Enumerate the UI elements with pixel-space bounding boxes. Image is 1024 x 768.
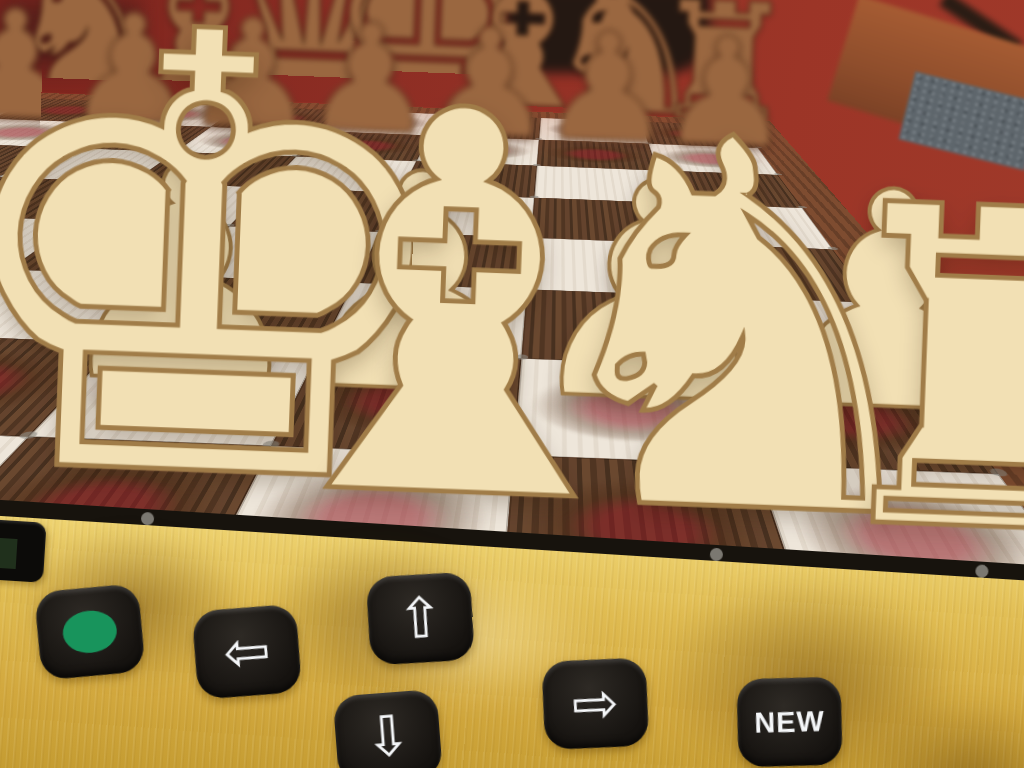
edge-led-dot [975, 564, 989, 578]
up-arrow-button[interactable]: ⇧ [366, 572, 475, 666]
photo-scene: ♜♞♝♛♚♝♞♜♟♟♟♟♟♟♟♟♟♟♟♟♟♟♟♟♜♞♝♛♚♝♞♜ ⇦ ⇧ ⇩ [0, 0, 1024, 768]
white-bishop[interactable]: ♝ [211, 37, 524, 576]
right-arrow-button[interactable]: ⇨ [542, 658, 650, 750]
edge-led-dot [710, 548, 724, 562]
green-dot-icon [61, 608, 119, 655]
down-arrow-icon: ⇩ [362, 707, 413, 766]
left-arrow-button[interactable]: ⇦ [192, 604, 302, 700]
down-arrow-button[interactable]: ⇩ [333, 689, 443, 768]
white-king[interactable]: ♚ [0, 0, 234, 564]
new-button-label: NEW [754, 705, 825, 740]
lcd-screen [0, 537, 18, 569]
new-button[interactable]: NEW [736, 677, 842, 768]
white-knight[interactable]: ♞ [504, 67, 817, 586]
white-rook[interactable]: ♜ [797, 147, 1024, 598]
up-arrow-icon: ⇧ [395, 589, 445, 648]
ok-button[interactable] [34, 583, 146, 680]
lcd-display [0, 514, 47, 583]
left-arrow-icon: ⇦ [221, 622, 272, 681]
right-arrow-icon: ⇨ [571, 675, 620, 733]
edge-led-dot [141, 512, 155, 526]
